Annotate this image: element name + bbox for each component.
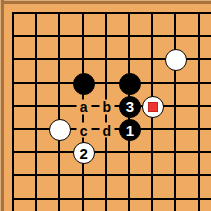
stone-white[interactable] bbox=[49, 119, 71, 141]
stone-black-1[interactable]: 1 bbox=[119, 119, 141, 141]
stone-black[interactable] bbox=[119, 73, 141, 95]
point-label-c[interactable]: c bbox=[76, 123, 91, 138]
point-label-b[interactable]: b bbox=[99, 99, 114, 114]
board-edge-top bbox=[0, 0, 211, 4]
go-board: abcd312 bbox=[0, 0, 211, 211]
stone-white[interactable] bbox=[165, 49, 187, 71]
board-edge-left bbox=[0, 0, 4, 211]
point-label-d[interactable]: d bbox=[99, 123, 114, 138]
stone-white-marked[interactable] bbox=[142, 96, 164, 118]
stone-black[interactable] bbox=[73, 73, 95, 95]
red-square-marker bbox=[148, 102, 158, 112]
stone-black-3[interactable]: 3 bbox=[119, 96, 141, 118]
point-label-a[interactable]: a bbox=[76, 99, 91, 114]
stone-white-2[interactable]: 2 bbox=[73, 142, 95, 164]
